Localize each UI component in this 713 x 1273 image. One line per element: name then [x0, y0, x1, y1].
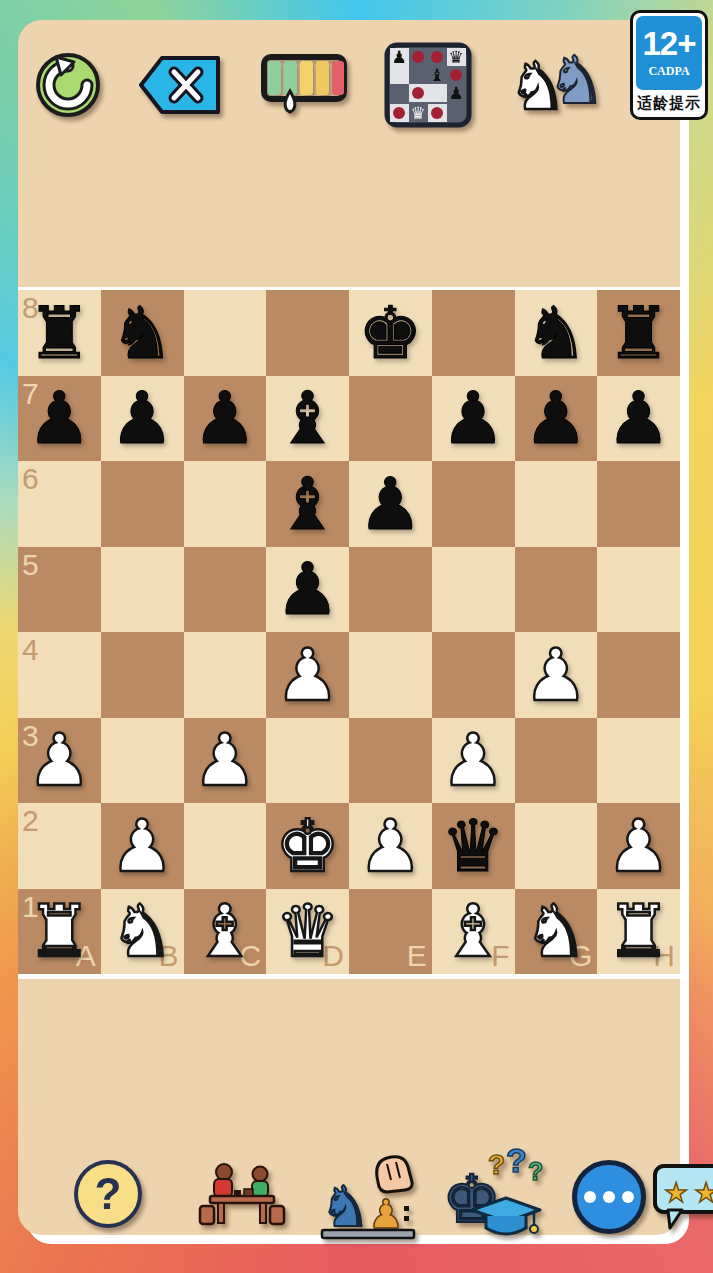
black-pawn-f7[interactable]: ♟ — [441, 382, 506, 454]
white-pawn-g4[interactable]: ♟ — [524, 639, 589, 711]
black-pawn-b7[interactable]: ♟ — [110, 382, 175, 454]
square-f6[interactable] — [432, 461, 515, 547]
square-a7[interactable]: 7♟ — [18, 376, 101, 462]
square-h4[interactable] — [597, 632, 680, 718]
help-glyph: ? — [95, 1169, 122, 1219]
square-a5[interactable]: 5 — [18, 547, 101, 633]
svg-text:♟: ♟ — [391, 47, 406, 67]
square-f3[interactable]: ♟ — [432, 718, 515, 804]
square-e6[interactable]: ♟ — [349, 461, 432, 547]
square-e8[interactable]: ♚ — [349, 290, 432, 376]
square-f7[interactable]: ♟ — [432, 376, 515, 462]
black-bishop-d7[interactable]: ♝ — [275, 382, 340, 454]
square-e4[interactable] — [349, 632, 432, 718]
white-king-d2[interactable]: ♚ — [275, 810, 340, 882]
chat-icon[interactable] — [572, 1160, 646, 1234]
white-knight-g1[interactable]: ♞ — [524, 895, 589, 967]
square-d1[interactable]: D♛ — [266, 889, 349, 975]
square-h8[interactable]: ♜ — [597, 290, 680, 376]
white-rook-a1[interactable]: ♜ — [27, 895, 92, 967]
square-a4[interactable]: 4 — [18, 632, 101, 718]
square-c4[interactable] — [184, 632, 267, 718]
white-pawn-f3[interactable]: ♟ — [441, 724, 506, 796]
rank-label-6: 6 — [22, 464, 39, 494]
black-pawn-d5[interactable]: ♟ — [275, 553, 340, 625]
square-e3[interactable] — [349, 718, 432, 804]
square-c1[interactable]: C♝ — [184, 889, 267, 975]
square-g1[interactable]: G♞ — [515, 889, 598, 975]
square-d8[interactable] — [266, 290, 349, 376]
svg-text:♛: ♛ — [448, 47, 463, 67]
square-f1[interactable]: F♝ — [432, 889, 515, 975]
rank-label-4: 4 — [22, 635, 39, 665]
black-pawn-g7[interactable]: ♟ — [524, 382, 589, 454]
white-bishop-c1[interactable]: ♝ — [193, 895, 258, 967]
square-g2[interactable] — [515, 803, 598, 889]
square-g6[interactable] — [515, 461, 598, 547]
white-rook-h1[interactable]: ♜ — [606, 895, 671, 967]
svg-text:♟: ♟ — [448, 83, 463, 103]
white-queen-d1[interactable]: ♛ — [275, 895, 340, 967]
white-pawn-d4[interactable]: ♟ — [275, 639, 340, 711]
square-d4[interactable]: ♟ — [266, 632, 349, 718]
white-pawn-c3[interactable]: ♟ — [193, 724, 258, 796]
age-rating-blue-box: 12+ CADPA — [636, 16, 702, 90]
black-pawn-e6[interactable]: ♟ — [358, 468, 423, 540]
square-a1[interactable]: 1A♜ — [18, 889, 101, 975]
age-rating-org: CADPA — [648, 64, 689, 79]
age-rating-badge: 12+ CADPA 适龄提示 — [630, 10, 708, 120]
square-e5[interactable] — [349, 547, 432, 633]
svg-text:★: ★ — [694, 1177, 713, 1208]
black-pawn-a7[interactable]: ♟ — [27, 382, 92, 454]
square-h5[interactable] — [597, 547, 680, 633]
svg-text:♛: ♛ — [410, 103, 425, 123]
square-b2[interactable]: ♟ — [101, 803, 184, 889]
square-a3[interactable]: 3♟ — [18, 718, 101, 804]
square-d6[interactable]: ♝ — [266, 461, 349, 547]
square-b6[interactable] — [101, 461, 184, 547]
square-c6[interactable] — [184, 461, 267, 547]
square-b1[interactable]: B♞ — [101, 889, 184, 975]
black-queen-f2[interactable]: ♛ — [441, 810, 506, 882]
board-theme-icon[interactable]: ♟ ♛ ♝ ♟ ♛ — [384, 42, 472, 132]
white-pawn-e2[interactable]: ♟ — [358, 810, 423, 882]
white-knight-b1[interactable]: ♞ — [110, 895, 175, 967]
white-knight-icon: ♞ — [508, 54, 567, 120]
black-pawn-c7[interactable]: ♟ — [193, 382, 258, 454]
rank-label-2: 2 — [22, 806, 39, 836]
white-bishop-f1[interactable]: ♝ — [441, 895, 506, 967]
square-c2[interactable] — [184, 803, 267, 889]
age-rating-value: 12+ — [643, 27, 696, 60]
square-e2[interactable]: ♟ — [349, 803, 432, 889]
black-knight-b8[interactable]: ♞ — [110, 297, 175, 369]
restart-icon[interactable] — [34, 51, 102, 123]
square-g7[interactable]: ♟ — [515, 376, 598, 462]
svg-text:★: ★ — [664, 1177, 688, 1208]
square-b4[interactable] — [101, 632, 184, 718]
chat-dot — [622, 1191, 634, 1203]
back-close-icon[interactable] — [138, 54, 224, 120]
black-bishop-d6[interactable]: ♝ — [275, 468, 340, 540]
black-rook-h8[interactable]: ♜ — [606, 297, 671, 369]
square-b7[interactable]: ♟ — [101, 376, 184, 462]
palette-icon[interactable] — [260, 49, 348, 125]
square-d7[interactable]: ♝ — [266, 376, 349, 462]
black-rook-a8[interactable]: ♜ — [27, 297, 92, 369]
square-h1[interactable]: H♜ — [597, 889, 680, 975]
square-h3[interactable] — [597, 718, 680, 804]
black-pawn-h7[interactable]: ♟ — [606, 382, 671, 454]
local-players-icon[interactable] — [194, 1158, 290, 1238]
square-h2[interactable]: ♟ — [597, 803, 680, 889]
square-e7[interactable] — [349, 376, 432, 462]
square-f8[interactable] — [432, 290, 515, 376]
app-panel: ♟ ♛ ♝ ♟ ♛ ♞ ♞ 8♜♞♚♞♜7♟♟♟♝♟♟♟6♝♟5♟4♟♟3♟♟♟… — [18, 20, 680, 1235]
square-c7[interactable]: ♟ — [184, 376, 267, 462]
square-f5[interactable] — [432, 547, 515, 633]
square-b8[interactable]: ♞ — [101, 290, 184, 376]
square-c8[interactable] — [184, 290, 267, 376]
hand-move-icon[interactable]: ♞ ♟ — [318, 1154, 418, 1244]
square-g3[interactable] — [515, 718, 598, 804]
review-stars-icon[interactable]: ★ ★ — [652, 1158, 713, 1236]
chess-board: 8♜♞♚♞♜7♟♟♟♝♟♟♟6♝♟5♟4♟♟3♟♟♟2♟♚♟♛♟1A♜B♞C♝D… — [18, 287, 680, 979]
svg-text:♝: ♝ — [429, 65, 444, 85]
square-a2[interactable]: 2 — [18, 803, 101, 889]
chat-dot — [603, 1191, 615, 1203]
square-b3[interactable] — [101, 718, 184, 804]
square-f2[interactable]: ♛ — [432, 803, 515, 889]
square-h6[interactable] — [597, 461, 680, 547]
help-icon[interactable]: ? — [74, 1160, 142, 1228]
square-g4[interactable]: ♟ — [515, 632, 598, 718]
age-rating-label: 适龄提示 — [637, 94, 701, 113]
white-pawn-h2[interactable]: ♟ — [606, 810, 671, 882]
square-h7[interactable]: ♟ — [597, 376, 680, 462]
square-d3[interactable] — [266, 718, 349, 804]
square-f4[interactable] — [432, 632, 515, 718]
learn-chess-icon[interactable]: ? ? ? ♚ — [444, 1148, 548, 1248]
svg-text:?: ? — [528, 1157, 543, 1185]
square-g8[interactable]: ♞ — [515, 290, 598, 376]
square-a8[interactable]: 8♜ — [18, 290, 101, 376]
square-g5[interactable] — [515, 547, 598, 633]
file-label-e: E — [407, 941, 427, 971]
svg-text:?: ? — [506, 1148, 527, 1179]
white-pawn-a3[interactable]: ♟ — [27, 724, 92, 796]
square-a6[interactable]: 6 — [18, 461, 101, 547]
top-toolbar: ♟ ♛ ♝ ♟ ♛ ♞ ♞ — [34, 42, 606, 132]
square-d2[interactable]: ♚ — [266, 803, 349, 889]
piece-set-icon[interactable]: ♞ ♞ — [508, 44, 606, 130]
square-b5[interactable] — [101, 547, 184, 633]
square-c5[interactable] — [184, 547, 267, 633]
square-c3[interactable]: ♟ — [184, 718, 267, 804]
square-d5[interactable]: ♟ — [266, 547, 349, 633]
chat-dot — [584, 1191, 596, 1203]
square-e1[interactable]: E — [349, 889, 432, 975]
black-knight-g8[interactable]: ♞ — [524, 297, 589, 369]
rank-label-5: 5 — [22, 550, 39, 580]
black-king-e8[interactable]: ♚ — [358, 297, 423, 369]
white-pawn-b2[interactable]: ♟ — [110, 810, 175, 882]
